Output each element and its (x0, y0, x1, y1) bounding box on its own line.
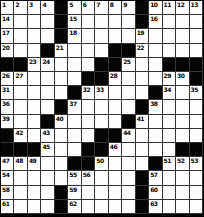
cell-r12c8[interactable]: 50 (95, 157, 108, 171)
cell-r4c6[interactable] (68, 44, 81, 58)
cell-r3c13[interactable] (163, 29, 176, 43)
clue-number: 29 (164, 72, 171, 79)
cell-r3c9[interactable] (109, 29, 122, 43)
cell-r4c13[interactable] (163, 44, 176, 58)
cell-r14c1[interactable]: 58 (1, 186, 14, 200)
cell-r8c1[interactable]: 36 (1, 100, 14, 114)
cell-r14c9[interactable] (109, 186, 122, 200)
clue-number: 59 (69, 186, 76, 193)
cell-r13c4[interactable] (41, 171, 54, 185)
cell-r13c9[interactable] (109, 171, 122, 185)
clue-number: 31 (2, 86, 9, 93)
cell-r5c5[interactable] (55, 58, 68, 72)
block-r2c11 (136, 15, 149, 29)
clue-number: 14 (2, 15, 9, 22)
clue-number: 6 (83, 1, 87, 8)
clue-number: 41 (137, 115, 144, 122)
clue-number: 57 (150, 171, 157, 178)
clue-number: 20 (2, 44, 9, 51)
cell-r9c5[interactable]: 40 (55, 115, 68, 129)
cell-r2c8[interactable] (95, 15, 108, 29)
cell-r11c9[interactable]: 46 (109, 143, 122, 157)
block-r1c5 (55, 1, 68, 15)
cell-r8c8[interactable] (95, 100, 108, 114)
cell-r5c3[interactable]: 23 (28, 58, 41, 72)
cell-r2c14[interactable] (176, 15, 189, 29)
block-r11c15 (190, 143, 203, 157)
cell-r4c8[interactable] (95, 44, 108, 58)
cell-r12c13[interactable]: 51 (163, 157, 176, 171)
cell-r10c15[interactable] (190, 129, 203, 143)
block-r6c15 (190, 72, 203, 86)
clue-number: 15 (69, 15, 76, 22)
clue-number: 16 (150, 15, 157, 22)
clue-number: 27 (15, 72, 22, 79)
cell-r12c9[interactable] (109, 157, 122, 171)
cell-r7c9[interactable] (109, 86, 122, 100)
cell-r1c12[interactable]: 10 (149, 1, 162, 15)
cell-r12c1[interactable]: 47 (1, 157, 14, 171)
cell-r7c7[interactable]: 32 (82, 86, 95, 100)
cell-r3c12[interactable] (149, 29, 162, 43)
cell-r15c4[interactable] (41, 200, 54, 214)
cell-r10c6[interactable] (68, 129, 81, 143)
block-r4c10 (122, 44, 135, 58)
cell-r1c1[interactable]: 1 (1, 1, 14, 15)
block-r12c12 (149, 157, 162, 171)
cell-r8c12[interactable]: 38 (149, 100, 162, 114)
cell-r2c1[interactable]: 14 (1, 15, 14, 29)
clue-number: 63 (150, 200, 157, 207)
cell-r1c10[interactable]: 9 (122, 1, 135, 15)
cell-r15c3[interactable] (28, 200, 41, 214)
block-r8c5 (55, 100, 68, 114)
clue-number: 51 (164, 157, 171, 164)
cell-r6c1[interactable]: 26 (1, 72, 14, 86)
cell-r14c14[interactable] (176, 186, 189, 200)
cell-r5c4[interactable]: 24 (41, 58, 54, 72)
cell-r2c7[interactable] (82, 15, 95, 29)
cell-r14c4[interactable] (41, 186, 54, 200)
cell-r3c8[interactable] (95, 29, 108, 43)
cell-r10c11[interactable] (136, 129, 149, 143)
cell-r7c13[interactable]: 34 (163, 86, 176, 100)
cell-r2c15[interactable] (190, 15, 203, 29)
clue-number: 38 (150, 100, 157, 107)
block-r14c5 (55, 186, 68, 200)
cell-r1c9[interactable]: 8 (109, 1, 122, 15)
clue-number: 61 (2, 200, 9, 207)
cell-r14c6[interactable]: 59 (68, 186, 81, 200)
cell-r13c12[interactable]: 57 (149, 171, 162, 185)
cell-r1c6[interactable]: 5 (68, 1, 81, 15)
cell-r3c7[interactable] (82, 29, 95, 43)
cell-r15c2[interactable] (14, 200, 27, 214)
cell-r4c2[interactable] (14, 44, 27, 58)
cell-r3c11[interactable]: 19 (136, 29, 149, 43)
clue-number: 24 (42, 58, 49, 65)
cell-r14c15[interactable] (190, 186, 203, 200)
cell-r10c7[interactable] (82, 129, 95, 143)
clue-number: 53 (191, 157, 198, 164)
block-r5c15 (190, 58, 203, 72)
cell-r8c14[interactable] (176, 100, 189, 114)
clue-number: 50 (96, 157, 103, 164)
clue-number: 40 (56, 115, 63, 122)
cell-r2c9[interactable] (109, 15, 122, 29)
cell-r6c6[interactable] (68, 72, 81, 86)
clue-number: 21 (56, 44, 63, 51)
cell-r8c10[interactable] (122, 100, 135, 114)
cell-r6c4[interactable] (41, 72, 54, 86)
clue-number: 3 (29, 1, 33, 8)
cell-r11c6[interactable] (68, 143, 81, 157)
cell-r1c3[interactable]: 3 (28, 1, 41, 15)
cell-r3c3[interactable] (28, 29, 41, 43)
cell-r13c14[interactable] (176, 171, 189, 185)
clue-number: 25 (123, 58, 130, 65)
cell-r15c15[interactable] (190, 200, 203, 214)
cell-r13c6[interactable]: 55 (68, 171, 81, 185)
cell-r8c15[interactable] (190, 100, 203, 114)
clue-number: 28 (110, 72, 117, 79)
block-r15c5 (55, 200, 68, 214)
cell-r15c13[interactable] (163, 200, 176, 214)
cell-r1c4[interactable]: 4 (41, 1, 54, 15)
block-r10c1 (1, 129, 14, 143)
cell-r14c12[interactable]: 60 (149, 186, 162, 200)
clue-number: 19 (137, 29, 144, 36)
cell-r11c4[interactable]: 45 (41, 143, 54, 157)
block-r10c9 (109, 129, 122, 143)
block-r14c11 (136, 186, 149, 200)
cell-r6c14[interactable]: 30 (176, 72, 189, 86)
block-r7c6 (68, 86, 81, 100)
cell-r3c6[interactable]: 18 (68, 29, 81, 43)
block-r11c8 (95, 143, 108, 157)
cell-r1c8[interactable]: 7 (95, 1, 108, 15)
clue-number: 22 (137, 44, 144, 51)
cell-r13c15[interactable] (190, 171, 203, 185)
block-r11c3 (28, 143, 41, 157)
cell-r10c14[interactable] (176, 129, 189, 143)
cell-r13c1[interactable]: 54 (1, 171, 14, 185)
cell-r10c13[interactable] (163, 129, 176, 143)
block-r5c1 (1, 58, 14, 72)
cell-r7c1[interactable]: 31 (1, 86, 14, 100)
clue-number: 1 (2, 1, 6, 8)
cell-r15c6[interactable]: 62 (68, 200, 81, 214)
cell-r11c13[interactable] (163, 143, 176, 157)
cell-r6c2[interactable]: 27 (14, 72, 27, 86)
cell-r13c10[interactable] (122, 171, 135, 185)
cell-r14c3[interactable] (28, 186, 41, 200)
cell-r9c6[interactable] (68, 115, 81, 129)
cell-r11c5[interactable] (55, 143, 68, 157)
cell-r12c15[interactable]: 53 (190, 157, 203, 171)
cell-r6c13[interactable]: 29 (163, 72, 176, 86)
cell-r12c2[interactable]: 48 (14, 157, 27, 171)
clue-number: 36 (2, 100, 9, 107)
clue-number: 4 (42, 1, 46, 8)
clue-number: 8 (110, 1, 114, 8)
block-r13c11 (136, 171, 149, 185)
clue-number: 17 (2, 29, 9, 36)
block-r4c9 (109, 44, 122, 58)
cell-r4c5[interactable]: 21 (55, 44, 68, 58)
cell-r4c12[interactable] (149, 44, 162, 58)
cell-r4c3[interactable] (28, 44, 41, 58)
cell-r1c7[interactable]: 6 (82, 1, 95, 15)
cell-r4c1[interactable]: 20 (1, 44, 14, 58)
block-r10c8 (95, 129, 108, 143)
block-r5c8 (95, 58, 108, 72)
cell-r7c11[interactable] (136, 86, 149, 100)
cell-r11c12[interactable] (149, 143, 162, 157)
cell-r15c7[interactable] (82, 200, 95, 214)
cell-r12c14[interactable]: 52 (176, 157, 189, 171)
cell-r8c2[interactable] (14, 100, 27, 114)
cell-r11c10[interactable] (122, 143, 135, 157)
block-r15c11 (136, 200, 149, 214)
cell-r7c3[interactable] (28, 86, 41, 100)
cell-r4c14[interactable] (176, 44, 189, 58)
cell-r3c14[interactable] (176, 29, 189, 43)
cell-r3c2[interactable] (14, 29, 27, 43)
block-r5c13 (163, 58, 176, 72)
clue-number: 58 (2, 186, 9, 193)
cell-r9c13[interactable] (163, 115, 176, 129)
cell-r10c12[interactable] (149, 129, 162, 143)
cell-r6c12[interactable] (149, 72, 162, 86)
cell-r8c7[interactable] (82, 100, 95, 114)
cell-r3c4[interactable] (41, 29, 54, 43)
cell-r11c11[interactable] (136, 143, 149, 157)
cell-r7c14[interactable] (176, 86, 189, 100)
block-r12c7 (82, 157, 95, 171)
cell-r8c13[interactable] (163, 100, 176, 114)
clue-number: 5 (69, 1, 73, 8)
clue-number: 7 (96, 1, 100, 8)
cell-r9c3[interactable] (28, 115, 41, 129)
clue-number: 18 (69, 29, 76, 36)
clue-number: 13 (191, 1, 198, 8)
cell-r5c10[interactable]: 25 (122, 58, 135, 72)
clue-number: 11 (164, 1, 171, 8)
cell-r13c7[interactable]: 56 (82, 171, 95, 185)
cell-r2c13[interactable] (163, 15, 176, 29)
cell-r9c14[interactable] (176, 115, 189, 129)
clue-number: 46 (110, 143, 117, 150)
cell-r6c5[interactable] (55, 72, 68, 86)
clue-number: 47 (2, 157, 9, 164)
cell-r8c4[interactable] (41, 100, 54, 114)
clue-number: 39 (2, 115, 9, 122)
clue-number: 44 (123, 129, 130, 136)
cell-r6c3[interactable] (28, 72, 41, 86)
clue-number: 2 (15, 1, 19, 8)
cell-r12c11[interactable] (136, 157, 149, 171)
cell-r8c9[interactable] (109, 100, 122, 114)
cell-r12c10[interactable] (122, 157, 135, 171)
clue-number: 32 (83, 86, 90, 93)
clue-number: 49 (29, 157, 36, 164)
block-r5c14 (176, 58, 189, 72)
clue-number: 55 (69, 171, 76, 178)
block-r11c14 (176, 143, 189, 157)
clue-number: 45 (42, 143, 49, 150)
cell-r9c11[interactable]: 41 (136, 115, 149, 129)
clue-number: 56 (83, 171, 90, 178)
cell-r14c10[interactable] (122, 186, 135, 200)
cell-r8c6[interactable]: 37 (68, 100, 81, 114)
cell-r7c15[interactable]: 35 (190, 86, 203, 100)
cell-r1c13[interactable]: 11 (163, 1, 176, 15)
clue-number: 35 (191, 86, 198, 93)
block-r3c5 (55, 29, 68, 43)
cell-r2c2[interactable] (14, 15, 27, 29)
cell-r3c10[interactable] (122, 29, 135, 43)
block-r8c11 (136, 100, 149, 114)
clue-number: 37 (69, 100, 76, 107)
cell-r10c2[interactable]: 42 (14, 129, 27, 143)
clue-number: 60 (150, 186, 157, 193)
cell-r1c15[interactable]: 13 (190, 1, 203, 15)
clue-number: 10 (150, 1, 157, 8)
clue-number: 42 (15, 129, 22, 136)
cell-r3c15[interactable] (190, 29, 203, 43)
block-r5c2 (14, 58, 27, 72)
clue-number: 48 (15, 157, 22, 164)
clue-number: 62 (69, 200, 76, 207)
cell-r8c3[interactable] (28, 100, 41, 114)
cell-r9c1[interactable]: 39 (1, 115, 14, 129)
block-r9c10 (122, 115, 135, 129)
cell-r7c8[interactable]: 33 (95, 86, 108, 100)
cell-r12c3[interactable]: 49 (28, 157, 41, 171)
cell-r15c8[interactable] (95, 200, 108, 214)
block-r6c8 (95, 72, 108, 86)
cell-r9c7[interactable] (82, 115, 95, 129)
cell-r10c3[interactable] (28, 129, 41, 143)
cell-r3c1[interactable]: 17 (1, 29, 14, 43)
clue-number: 33 (96, 86, 103, 93)
cell-r5c11[interactable] (136, 58, 149, 72)
clue-number: 52 (177, 157, 184, 164)
cell-r1c14[interactable]: 12 (176, 1, 189, 15)
cell-r13c8[interactable] (95, 171, 108, 185)
cell-r15c1[interactable]: 61 (1, 200, 14, 214)
cell-r2c6[interactable]: 15 (68, 15, 81, 29)
clue-number: 23 (29, 58, 36, 65)
cell-r6c10[interactable] (122, 72, 135, 86)
cell-r14c7[interactable] (82, 186, 95, 200)
block-r11c1 (1, 143, 14, 157)
cell-r4c7[interactable] (82, 44, 95, 58)
cell-r15c10[interactable] (122, 200, 135, 214)
cell-r12c4[interactable] (41, 157, 54, 171)
cell-r9c12[interactable] (149, 115, 162, 129)
block-r4c4 (41, 44, 54, 58)
block-r1c11 (136, 1, 149, 15)
cell-r6c9[interactable]: 28 (109, 72, 122, 86)
cell-r7c4[interactable] (41, 86, 54, 100)
cell-r4c11[interactable]: 22 (136, 44, 149, 58)
cell-r13c2[interactable] (14, 171, 27, 185)
clue-number: 12 (177, 1, 184, 8)
cell-r2c12[interactable]: 16 (149, 15, 162, 29)
cell-r2c10[interactable] (122, 15, 135, 29)
cell-r7c5[interactable] (55, 86, 68, 100)
block-r11c7 (82, 143, 95, 157)
block-r7c12 (149, 86, 162, 100)
cell-r15c14[interactable] (176, 200, 189, 214)
cell-r2c3[interactable] (28, 15, 41, 29)
cell-r7c10[interactable] (122, 86, 135, 100)
cell-r7c2[interactable] (14, 86, 27, 100)
cell-r14c8[interactable] (95, 186, 108, 200)
clue-number: 9 (123, 1, 127, 8)
cell-r4c15[interactable] (190, 44, 203, 58)
cell-r15c9[interactable] (109, 200, 122, 214)
block-r11c2 (14, 143, 27, 157)
clue-number: 26 (2, 72, 9, 79)
cell-r14c13[interactable] (163, 186, 176, 200)
cell-r10c4[interactable]: 43 (41, 129, 54, 143)
cell-r5c12[interactable] (149, 58, 162, 72)
cell-r10c5[interactable] (55, 129, 68, 143)
cell-r14c2[interactable] (14, 186, 27, 200)
cell-r9c15[interactable] (190, 115, 203, 129)
cell-r15c12[interactable]: 63 (149, 200, 162, 214)
clue-number: 54 (2, 171, 9, 178)
clue-number: 34 (164, 86, 171, 93)
cell-r13c5[interactable] (55, 171, 68, 185)
clue-number: 30 (177, 72, 184, 79)
cell-r2c4[interactable] (41, 15, 54, 29)
cell-r13c3[interactable] (28, 171, 41, 185)
cell-r5c6[interactable] (68, 58, 81, 72)
clue-number: 43 (42, 129, 49, 136)
cell-r9c2[interactable] (14, 115, 27, 129)
block-r6c7 (82, 72, 95, 86)
cell-r12c5[interactable] (55, 157, 68, 171)
cell-r10c10[interactable]: 44 (122, 129, 135, 143)
cell-r1c2[interactable]: 2 (14, 1, 27, 15)
cell-r9c9[interactable] (109, 115, 122, 129)
cell-r13c13[interactable] (163, 171, 176, 185)
cell-r5c7[interactable] (82, 58, 95, 72)
cell-r6c11[interactable] (136, 72, 149, 86)
block-r12c6 (68, 157, 81, 171)
block-r2c5 (55, 15, 68, 29)
block-r5c9 (109, 58, 122, 72)
cell-r9c8[interactable] (95, 115, 108, 129)
block-r9c4 (41, 115, 54, 129)
crossword-grid: 1234567891011121314151617181920212223242… (0, 0, 204, 217)
